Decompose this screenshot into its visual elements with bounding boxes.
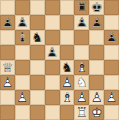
square-h6[interactable]: ♟♙: [104, 30, 119, 45]
white-pawn: ♟♙: [0, 75, 15, 90]
square-e3[interactable]: ♟♙: [60, 75, 75, 90]
white-pawn: ♟♙: [89, 90, 104, 105]
square-g5[interactable]: [89, 45, 104, 60]
square-a6[interactable]: [0, 30, 15, 45]
white-king: ♚♔: [89, 105, 104, 120]
white-pawn: ♟♙: [60, 75, 75, 90]
square-f2[interactable]: ♟♙: [74, 90, 89, 105]
square-e5[interactable]: [60, 45, 75, 60]
square-d4[interactable]: [45, 60, 60, 75]
square-h8[interactable]: [104, 0, 119, 15]
square-h3[interactable]: [104, 75, 119, 90]
square-c5[interactable]: [30, 45, 45, 60]
square-a4[interactable]: ♛♕: [0, 60, 15, 75]
black-pawn: ♟♙: [0, 15, 15, 30]
white-rook: ♜♖: [74, 105, 89, 120]
square-g8[interactable]: ♚♔: [89, 0, 104, 15]
square-b1[interactable]: [15, 105, 30, 120]
black-pawn: ♟♙: [104, 30, 119, 45]
square-b6[interactable]: ♝♗: [15, 30, 30, 45]
square-g1[interactable]: ♚♔: [89, 105, 104, 120]
square-h4[interactable]: [104, 60, 119, 75]
square-e7[interactable]: [60, 15, 75, 30]
square-b3[interactable]: [15, 75, 30, 90]
square-d2[interactable]: [45, 90, 60, 105]
white-knight: ♞♘: [74, 75, 89, 90]
black-pawn: ♟♙: [15, 15, 30, 30]
square-a8[interactable]: [0, 0, 15, 15]
square-g6[interactable]: [89, 30, 104, 45]
square-g4[interactable]: [89, 60, 104, 75]
black-king: ♚♔: [89, 0, 104, 15]
chess-board: ♜♖♚♔♟♙♟♙♟♙♟♙♝♗♞♘♟♙♟♙♛♕♞♘♝♗♟♙♟♙♞♘♟♙♝♗♟♙♟♙…: [0, 0, 119, 120]
black-pawn: ♟♙: [45, 45, 60, 60]
white-bishop: ♝♗: [74, 60, 89, 75]
square-a7[interactable]: ♟♙: [0, 15, 15, 30]
square-h5[interactable]: [104, 45, 119, 60]
square-a2[interactable]: [0, 90, 15, 105]
square-e1[interactable]: [60, 105, 75, 120]
square-d1[interactable]: [45, 105, 60, 120]
square-d7[interactable]: [45, 15, 60, 30]
square-c8[interactable]: [30, 0, 45, 15]
square-a3[interactable]: ♟♙: [0, 75, 15, 90]
square-d3[interactable]: [45, 75, 60, 90]
white-pawn: ♟♙: [74, 90, 89, 105]
square-c3[interactable]: [30, 75, 45, 90]
square-h1[interactable]: [104, 105, 119, 120]
square-f5[interactable]: [74, 45, 89, 60]
square-e4[interactable]: ♞♘: [60, 60, 75, 75]
square-c6[interactable]: ♞♘: [30, 30, 45, 45]
square-g7[interactable]: ♟♙: [89, 15, 104, 30]
white-pawn: ♟♙: [15, 90, 30, 105]
square-c7[interactable]: [30, 15, 45, 30]
square-c1[interactable]: [30, 105, 45, 120]
square-c4[interactable]: [30, 60, 45, 75]
square-g3[interactable]: [89, 75, 104, 90]
square-f4[interactable]: ♝♗: [74, 60, 89, 75]
square-e8[interactable]: [60, 0, 75, 15]
square-b8[interactable]: [15, 0, 30, 15]
black-pawn: ♟♙: [74, 15, 89, 30]
square-b7[interactable]: ♟♙: [15, 15, 30, 30]
square-f3[interactable]: ♞♘: [74, 75, 89, 90]
black-knight: ♞♘: [60, 60, 75, 75]
square-f6[interactable]: [74, 30, 89, 45]
white-pawn: ♟♙: [104, 90, 119, 105]
chess-board-window: ♜♖♚♔♟♙♟♙♟♙♟♙♝♗♞♘♟♙♟♙♛♕♞♘♝♗♟♙♟♙♞♘♟♙♝♗♟♙♟♙…: [0, 0, 119, 120]
square-d8[interactable]: [45, 0, 60, 15]
black-rook: ♜♖: [74, 0, 89, 15]
white-queen: ♛♕: [0, 60, 15, 75]
black-bishop: ♝♗: [15, 30, 30, 45]
black-pawn: ♟♙: [89, 15, 104, 30]
square-d5[interactable]: ♟♙: [45, 45, 60, 60]
square-c2[interactable]: [30, 90, 45, 105]
square-b4[interactable]: [15, 60, 30, 75]
white-bishop: ♝♗: [60, 90, 75, 105]
square-h2[interactable]: ♟♙: [104, 90, 119, 105]
square-a5[interactable]: [0, 45, 15, 60]
square-d6[interactable]: [45, 30, 60, 45]
square-g2[interactable]: ♟♙: [89, 90, 104, 105]
black-knight: ♞♘: [30, 30, 45, 45]
square-f7[interactable]: ♟♙: [74, 15, 89, 30]
square-e6[interactable]: [60, 30, 75, 45]
square-e2[interactable]: ♝♗: [60, 90, 75, 105]
square-f8[interactable]: ♜♖: [74, 0, 89, 15]
square-b2[interactable]: ♟♙: [15, 90, 30, 105]
square-a1[interactable]: [0, 105, 15, 120]
square-f1[interactable]: ♜♖: [74, 105, 89, 120]
square-b5[interactable]: [15, 45, 30, 60]
square-h7[interactable]: [104, 15, 119, 30]
